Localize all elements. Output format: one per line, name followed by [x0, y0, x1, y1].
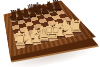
piece-white-rook-h1: ♜ [69, 19, 83, 35]
chess-set-photo: ♜♞♝♛♚♝♞♜♟♟♟♟♟♟♟♟♟♟♟♟♟♟♟♟♜♞♝♛♚♝♞♜ [0, 0, 100, 67]
piece-black-pawn-h7: ♟ [53, 2, 62, 12]
